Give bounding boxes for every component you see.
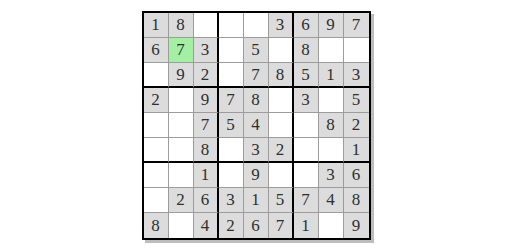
cell-r2c4[interactable]: [219, 38, 244, 63]
cell-r5c6[interactable]: [269, 113, 294, 138]
cell-r9c3[interactable]: 4: [194, 213, 219, 238]
cell-r3c9[interactable]: 3: [344, 63, 369, 88]
cell-r1c9[interactable]: 7: [344, 13, 369, 38]
cell-r9c2[interactable]: [169, 213, 194, 238]
cell-r6c9[interactable]: 1: [344, 138, 369, 163]
cell-r8c6[interactable]: 5: [269, 188, 294, 213]
cell-r1c2[interactable]: 8: [169, 13, 194, 38]
cell-r9c1[interactable]: 8: [144, 213, 169, 238]
cell-r7c9[interactable]: 6: [344, 163, 369, 188]
cell-r7c2[interactable]: [169, 163, 194, 188]
cell-r8c1[interactable]: [144, 188, 169, 213]
cell-r3c4[interactable]: [219, 63, 244, 88]
cell-r2c8[interactable]: [319, 38, 344, 63]
cell-r8c4[interactable]: 3: [219, 188, 244, 213]
cell-r3c1[interactable]: [144, 63, 169, 88]
cell-r5c2[interactable]: [169, 113, 194, 138]
cell-r5c9[interactable]: 2: [344, 113, 369, 138]
cell-r4c4[interactable]: 7: [219, 88, 244, 113]
cell-r2c2[interactable]: 7: [169, 38, 194, 63]
cell-r2c5[interactable]: 5: [244, 38, 269, 63]
cell-r6c5[interactable]: 3: [244, 138, 269, 163]
cell-r9c5[interactable]: 6: [244, 213, 269, 238]
cell-r7c6[interactable]: [269, 163, 294, 188]
cell-r9c8[interactable]: [319, 213, 344, 238]
cell-r6c7[interactable]: [294, 138, 319, 163]
cell-r3c2[interactable]: 9: [169, 63, 194, 88]
cell-r6c3[interactable]: 8: [194, 138, 219, 163]
cell-r5c7[interactable]: [294, 113, 319, 138]
cell-r1c7[interactable]: 6: [294, 13, 319, 38]
cell-r8c8[interactable]: 4: [319, 188, 344, 213]
cell-r2c3[interactable]: 3: [194, 38, 219, 63]
cell-r4c6[interactable]: [269, 88, 294, 113]
cell-r1c5[interactable]: [244, 13, 269, 38]
cell-r6c8[interactable]: [319, 138, 344, 163]
cell-r3c8[interactable]: 1: [319, 63, 344, 88]
cell-r8c7[interactable]: 7: [294, 188, 319, 213]
cell-r8c3[interactable]: 6: [194, 188, 219, 213]
cell-r5c8[interactable]: 8: [319, 113, 344, 138]
cell-r1c8[interactable]: 9: [319, 13, 344, 38]
cell-r2c6[interactable]: [269, 38, 294, 63]
cell-r9c6[interactable]: 7: [269, 213, 294, 238]
cell-r1c6[interactable]: 3: [269, 13, 294, 38]
cell-r7c1[interactable]: [144, 163, 169, 188]
sudoku-board: 1836976735892785132978357548283211936263…: [142, 11, 371, 240]
cell-r4c8[interactable]: [319, 88, 344, 113]
cell-r6c6[interactable]: 2: [269, 138, 294, 163]
cell-r3c7[interactable]: 5: [294, 63, 319, 88]
cell-r4c9[interactable]: 5: [344, 88, 369, 113]
cell-r2c7[interactable]: 8: [294, 38, 319, 63]
cell-r7c3[interactable]: 1: [194, 163, 219, 188]
cell-r1c4[interactable]: [219, 13, 244, 38]
cell-r9c4[interactable]: 2: [219, 213, 244, 238]
cell-r4c3[interactable]: 9: [194, 88, 219, 113]
cell-r4c5[interactable]: 8: [244, 88, 269, 113]
cell-r5c5[interactable]: 4: [244, 113, 269, 138]
cell-r9c7[interactable]: 1: [294, 213, 319, 238]
cell-r2c1[interactable]: 6: [144, 38, 169, 63]
cell-r5c3[interactable]: 7: [194, 113, 219, 138]
cell-r4c1[interactable]: 2: [144, 88, 169, 113]
cell-r1c1[interactable]: 1: [144, 13, 169, 38]
cell-r2c9[interactable]: [344, 38, 369, 63]
cell-r3c6[interactable]: 8: [269, 63, 294, 88]
cell-r6c4[interactable]: [219, 138, 244, 163]
cell-r4c2[interactable]: [169, 88, 194, 113]
cell-r7c8[interactable]: 3: [319, 163, 344, 188]
cell-r8c2[interactable]: 2: [169, 188, 194, 213]
cell-r6c2[interactable]: [169, 138, 194, 163]
cell-r3c5[interactable]: 7: [244, 63, 269, 88]
cell-r7c7[interactable]: [294, 163, 319, 188]
cell-r8c5[interactable]: 1: [244, 188, 269, 213]
cell-r9c9[interactable]: 9: [344, 213, 369, 238]
cell-r8c9[interactable]: 8: [344, 188, 369, 213]
cell-r6c1[interactable]: [144, 138, 169, 163]
cell-r5c1[interactable]: [144, 113, 169, 138]
cell-r5c4[interactable]: 5: [219, 113, 244, 138]
cell-r7c4[interactable]: [219, 163, 244, 188]
cell-r3c3[interactable]: 2: [194, 63, 219, 88]
cell-r4c7[interactable]: 3: [294, 88, 319, 113]
cell-r1c3[interactable]: [194, 13, 219, 38]
cell-r7c5[interactable]: 9: [244, 163, 269, 188]
